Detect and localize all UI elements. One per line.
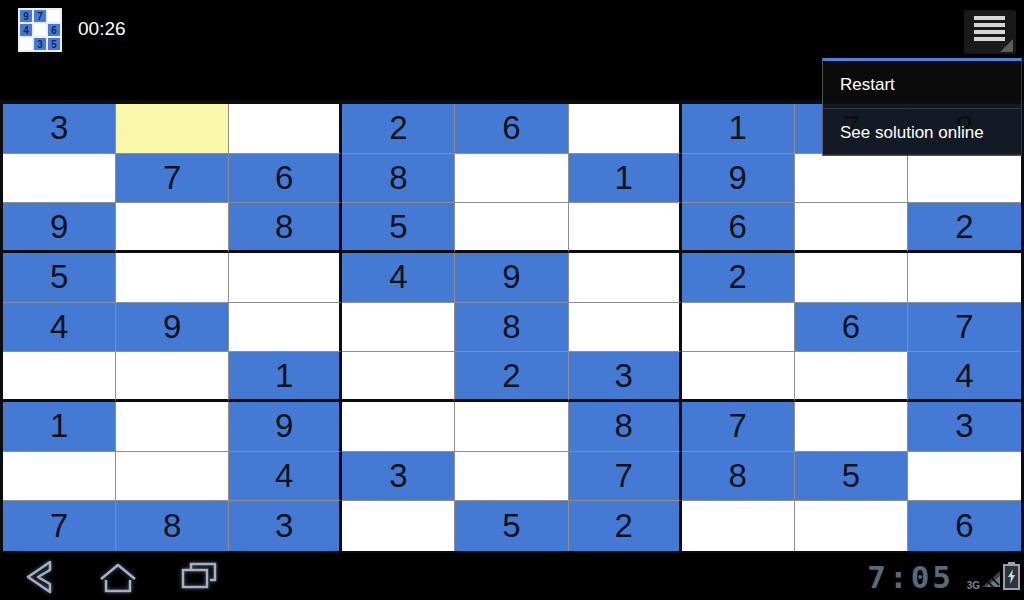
- cell-r5c6[interactable]: [569, 303, 682, 353]
- cell-r1c3[interactable]: [229, 104, 342, 154]
- cell-r1c5[interactable]: 6: [455, 104, 568, 154]
- cell-r6c1[interactable]: [3, 352, 116, 402]
- cell-r5c4[interactable]: [342, 303, 455, 353]
- sudoku-board: 3261787681998562549249867123419873437857…: [0, 100, 1024, 553]
- app-icon-cell: [48, 10, 60, 22]
- cell-r1c1[interactable]: 3: [3, 104, 116, 154]
- cell-r6c8[interactable]: [795, 352, 908, 402]
- cell-r4c3[interactable]: [229, 253, 342, 303]
- cell-r4c9[interactable]: [908, 253, 1021, 303]
- cell-r3c1[interactable]: 9: [3, 203, 116, 253]
- cell-r4c8[interactable]: [795, 253, 908, 303]
- system-nav-bar: 7:05 3G: [0, 553, 1024, 600]
- cell-r4c4[interactable]: 4: [342, 253, 455, 303]
- network-type-label: 3G: [967, 580, 980, 591]
- cell-r2c3[interactable]: 6: [229, 154, 342, 204]
- cell-r3c4[interactable]: 5: [342, 203, 455, 253]
- signal-strength-icon: [982, 571, 1000, 591]
- cell-r7c8[interactable]: [795, 402, 908, 452]
- cell-r3c7[interactable]: 6: [682, 203, 795, 253]
- cell-r7c5[interactable]: [455, 402, 568, 452]
- cell-r5c9[interactable]: 7: [908, 303, 1021, 353]
- cell-r9c3[interactable]: 3: [229, 501, 342, 551]
- cell-r3c9[interactable]: 2: [908, 203, 1021, 253]
- app-icon-cell: 9: [20, 10, 32, 22]
- back-button[interactable]: [16, 558, 64, 596]
- cell-r1c6[interactable]: [569, 104, 682, 154]
- cell-r3c8[interactable]: [795, 203, 908, 253]
- recent-apps-icon: [174, 558, 222, 596]
- cell-r9c2[interactable]: 8: [116, 501, 229, 551]
- cell-r3c5[interactable]: [455, 203, 568, 253]
- app-icon-cell: 5: [48, 38, 60, 50]
- app-icon-cell: 7: [34, 10, 46, 22]
- cell-r8c9[interactable]: [908, 452, 1021, 502]
- home-icon: [94, 558, 142, 596]
- cell-r9c4[interactable]: [342, 501, 455, 551]
- cell-r6c7[interactable]: [682, 352, 795, 402]
- sudoku-screen: 974635 00:26 326178768199856254924986712…: [0, 0, 1024, 600]
- cell-r6c5[interactable]: 2: [455, 352, 568, 402]
- cell-r1c4[interactable]: 2: [342, 104, 455, 154]
- game-timer: 00:26: [78, 0, 126, 60]
- cell-r5c1[interactable]: 4: [3, 303, 116, 353]
- cell-r4c2[interactable]: [116, 253, 229, 303]
- cell-r3c2[interactable]: [116, 203, 229, 253]
- cell-r8c2[interactable]: [116, 452, 229, 502]
- cell-r8c7[interactable]: 8: [682, 452, 795, 502]
- cell-r2c1[interactable]: [3, 154, 116, 204]
- cell-r1c7[interactable]: 1: [682, 104, 795, 154]
- cell-r9c7[interactable]: [682, 501, 795, 551]
- cell-r8c8[interactable]: 5: [795, 452, 908, 502]
- cell-r6c2[interactable]: [116, 352, 229, 402]
- cell-r6c4[interactable]: [342, 352, 455, 402]
- cell-r2c8[interactable]: [795, 154, 908, 204]
- cell-r2c5[interactable]: [455, 154, 568, 204]
- home-button[interactable]: [94, 558, 142, 596]
- cell-r4c6[interactable]: [569, 253, 682, 303]
- menu-item-restart[interactable]: Restart: [823, 61, 1021, 108]
- cell-r3c6[interactable]: [569, 203, 682, 253]
- back-icon: [16, 558, 64, 596]
- cell-r5c8[interactable]: 6: [795, 303, 908, 353]
- cell-r4c7[interactable]: 2: [682, 253, 795, 303]
- cell-r8c1[interactable]: [3, 452, 116, 502]
- action-bar: 974635 00:26: [0, 0, 1024, 60]
- cell-r2c9[interactable]: [908, 154, 1021, 204]
- app-icon-cell: 4: [20, 24, 32, 36]
- cell-r1c2[interactable]: [116, 104, 229, 154]
- cell-r8c5[interactable]: [455, 452, 568, 502]
- cell-r9c1[interactable]: 7: [3, 501, 116, 551]
- cell-r7c7[interactable]: 7: [682, 402, 795, 452]
- battery-icon: [1003, 562, 1020, 594]
- cell-r7c3[interactable]: 9: [229, 402, 342, 452]
- cell-r4c5[interactable]: 9: [455, 253, 568, 303]
- cell-r9c5[interactable]: 5: [455, 501, 568, 551]
- recent-apps-button[interactable]: [174, 558, 222, 596]
- cell-r7c9[interactable]: 3: [908, 402, 1021, 452]
- app-icon-cell: 3: [34, 38, 46, 50]
- cell-r2c4[interactable]: 8: [342, 154, 455, 204]
- cell-r9c8[interactable]: [795, 501, 908, 551]
- app-icon-cell: [20, 38, 32, 50]
- overflow-menu-button[interactable]: [964, 10, 1016, 54]
- cell-r5c7[interactable]: [682, 303, 795, 353]
- cell-r8c3[interactable]: 4: [229, 452, 342, 502]
- cell-r7c6[interactable]: 8: [569, 402, 682, 452]
- cell-r5c2[interactable]: 9: [116, 303, 229, 353]
- cell-r5c5[interactable]: 8: [455, 303, 568, 353]
- cell-r6c6[interactable]: 3: [569, 352, 682, 402]
- cell-r7c1[interactable]: 1: [3, 402, 116, 452]
- cell-r2c6[interactable]: 1: [569, 154, 682, 204]
- cell-r8c6[interactable]: 7: [569, 452, 682, 502]
- cell-r4c1[interactable]: 5: [3, 253, 116, 303]
- app-icon-cell: [34, 24, 46, 36]
- cell-r6c3[interactable]: 1: [229, 352, 342, 402]
- cell-r8c4[interactable]: 3: [342, 452, 455, 502]
- cell-r7c2[interactable]: [116, 402, 229, 452]
- app-icon: 974635: [18, 8, 62, 52]
- overflow-dropdown-menu: Restart See solution online: [822, 58, 1022, 156]
- cell-r2c2[interactable]: 7: [116, 154, 229, 204]
- menu-item-see-solution-online[interactable]: See solution online: [823, 108, 1021, 155]
- cell-r2c7[interactable]: 9: [682, 154, 795, 204]
- app-icon-cell: 6: [48, 24, 60, 36]
- cell-r9c6[interactable]: 2: [569, 501, 682, 551]
- cell-r7c4[interactable]: [342, 402, 455, 452]
- cell-r5c3[interactable]: [229, 303, 342, 353]
- cell-r3c3[interactable]: 8: [229, 203, 342, 253]
- status-clock: 7:05: [867, 557, 954, 597]
- cell-r9c9[interactable]: 6: [908, 501, 1021, 551]
- cell-r6c9[interactable]: 4: [908, 352, 1021, 402]
- menu-corner-icon: [1000, 39, 1013, 52]
